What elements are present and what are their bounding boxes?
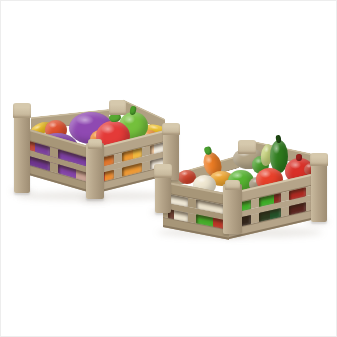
crate-corner-post (223, 184, 242, 234)
bell-pepper-green-stem (129, 105, 137, 115)
crate-corner-post (14, 105, 30, 193)
crate-post-cap (238, 140, 256, 154)
bell-pepper-red-stem (296, 154, 302, 161)
crate-post-cap (109, 100, 126, 115)
crate-post-cap (154, 164, 172, 178)
carrot-stem (203, 146, 212, 156)
crate-post-cap (88, 139, 102, 149)
product-photo-scene (0, 0, 337, 337)
crate-post-cap (13, 103, 31, 118)
crate-corner-post (86, 143, 104, 199)
crate-post-cap (162, 123, 180, 135)
zucchini-stem (275, 135, 281, 144)
crate-post-cap (310, 153, 328, 166)
crate-post-cap (225, 180, 240, 190)
